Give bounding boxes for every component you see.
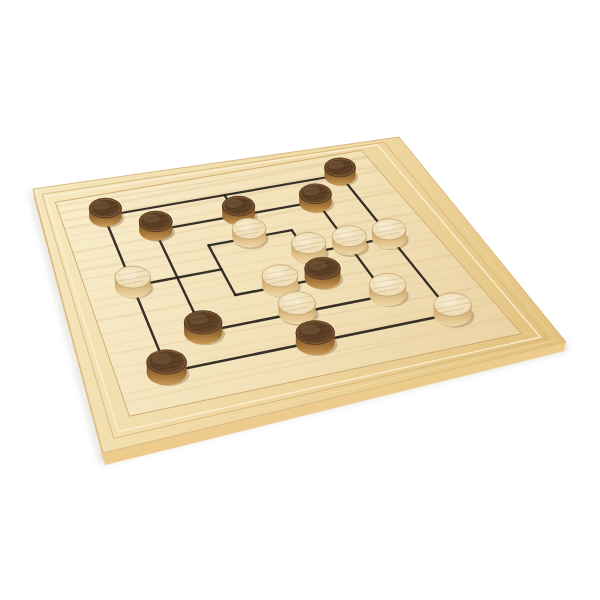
piece-dark-g4[interactable] — [296, 321, 338, 356]
piece-dark-b2[interactable] — [139, 211, 175, 242]
piece-dark-a7[interactable] — [325, 158, 358, 187]
piece-light-d6[interactable] — [332, 226, 369, 257]
piece-dark-e5[interactable] — [305, 257, 343, 290]
piece-light-d7[interactable] — [372, 219, 409, 250]
piece-light-c4[interactable] — [232, 218, 268, 249]
piece-dark-f2[interactable] — [184, 311, 225, 346]
nine-mens-morris-board — [0, 0, 600, 600]
product-photo-nine-mens-morris — [0, 0, 600, 600]
piece-light-f6[interactable] — [369, 273, 408, 307]
piece-light-d1[interactable] — [115, 266, 153, 299]
piece-light-g7[interactable] — [434, 293, 475, 328]
piece-dark-b6[interactable] — [299, 184, 334, 214]
piece-dark-a1[interactable] — [89, 198, 124, 228]
piece-dark-g1[interactable] — [147, 350, 190, 386]
